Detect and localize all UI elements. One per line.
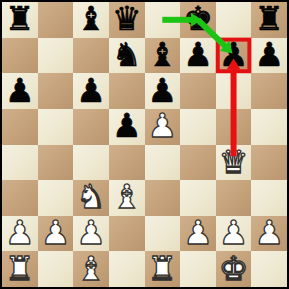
square-c1[interactable]: ♝ bbox=[73, 251, 109, 287]
square-f4[interactable] bbox=[180, 145, 216, 181]
piece-black-pawn[interactable]: ♟ bbox=[183, 38, 213, 71]
piece-white-bishop[interactable]: ♝ bbox=[76, 252, 106, 285]
square-c4[interactable] bbox=[73, 145, 109, 181]
square-b5[interactable] bbox=[38, 109, 74, 145]
square-h1[interactable] bbox=[251, 251, 287, 287]
piece-white-bishop[interactable]: ♝ bbox=[112, 180, 142, 213]
square-f6[interactable] bbox=[180, 73, 216, 109]
piece-black-pawn[interactable]: ♟ bbox=[254, 38, 284, 71]
piece-black-pawn[interactable]: ♟ bbox=[76, 74, 106, 107]
square-c3[interactable]: ♞ bbox=[73, 180, 109, 216]
square-b4[interactable] bbox=[38, 145, 74, 181]
square-h7[interactable]: ♟ bbox=[251, 38, 287, 74]
square-b3[interactable] bbox=[38, 180, 74, 216]
square-e7[interactable]: ♝ bbox=[145, 38, 181, 74]
square-e3[interactable] bbox=[145, 180, 181, 216]
piece-white-pawn[interactable]: ♟ bbox=[76, 216, 106, 249]
square-g3[interactable] bbox=[216, 180, 252, 216]
square-d4[interactable] bbox=[109, 145, 145, 181]
piece-white-rook[interactable]: ♜ bbox=[5, 252, 35, 285]
square-h3[interactable] bbox=[251, 180, 287, 216]
square-f3[interactable] bbox=[180, 180, 216, 216]
piece-white-pawn[interactable]: ♟ bbox=[183, 216, 213, 249]
square-a5[interactable] bbox=[2, 109, 38, 145]
square-d2[interactable] bbox=[109, 216, 145, 252]
square-h2[interactable]: ♟ bbox=[251, 216, 287, 252]
square-e4[interactable] bbox=[145, 145, 181, 181]
piece-black-pawn[interactable]: ♟ bbox=[5, 74, 35, 107]
square-a8[interactable]: ♜ bbox=[2, 2, 38, 38]
piece-white-pawn[interactable]: ♟ bbox=[219, 216, 249, 249]
square-g2[interactable]: ♟ bbox=[216, 216, 252, 252]
square-a3[interactable] bbox=[2, 180, 38, 216]
piece-black-pawn[interactable]: ♟ bbox=[219, 38, 249, 71]
square-g8[interactable] bbox=[216, 2, 252, 38]
piece-black-rook[interactable]: ♜ bbox=[254, 2, 284, 35]
square-b6[interactable] bbox=[38, 73, 74, 109]
square-e1[interactable]: ♜ bbox=[145, 251, 181, 287]
square-c5[interactable] bbox=[73, 109, 109, 145]
piece-white-rook[interactable]: ♜ bbox=[148, 252, 178, 285]
square-e2[interactable] bbox=[145, 216, 181, 252]
piece-black-rook[interactable]: ♜ bbox=[5, 2, 35, 35]
piece-black-bishop[interactable]: ♝ bbox=[76, 2, 106, 35]
square-b1[interactable] bbox=[38, 251, 74, 287]
square-e5[interactable]: ♟ bbox=[145, 109, 181, 145]
square-f1[interactable] bbox=[180, 251, 216, 287]
square-f7[interactable]: ♟ bbox=[180, 38, 216, 74]
square-d6[interactable] bbox=[109, 73, 145, 109]
square-g7[interactable]: ♟ bbox=[216, 38, 252, 74]
square-a1[interactable]: ♜ bbox=[2, 251, 38, 287]
piece-white-knight[interactable]: ♞ bbox=[76, 180, 106, 213]
square-a6[interactable]: ♟ bbox=[2, 73, 38, 109]
square-h8[interactable]: ♜ bbox=[251, 2, 287, 38]
square-g6[interactable] bbox=[216, 73, 252, 109]
chess-board-frame: ♜♝♛♚♜♞♝♟♟♟♟♟♟♟♟♛♞♝♟♟♟♟♟♟♜♝♜♚ bbox=[0, 0, 289, 289]
square-d8[interactable]: ♛ bbox=[109, 2, 145, 38]
piece-black-bishop[interactable]: ♝ bbox=[148, 38, 178, 71]
square-a7[interactable] bbox=[2, 38, 38, 74]
square-d3[interactable]: ♝ bbox=[109, 180, 145, 216]
piece-white-king[interactable]: ♚ bbox=[219, 252, 249, 285]
square-d1[interactable] bbox=[109, 251, 145, 287]
piece-white-queen[interactable]: ♛ bbox=[219, 145, 249, 178]
square-g1[interactable]: ♚ bbox=[216, 251, 252, 287]
square-d7[interactable]: ♞ bbox=[109, 38, 145, 74]
square-c6[interactable]: ♟ bbox=[73, 73, 109, 109]
square-c2[interactable]: ♟ bbox=[73, 216, 109, 252]
square-d5[interactable]: ♟ bbox=[109, 109, 145, 145]
piece-white-pawn[interactable]: ♟ bbox=[41, 216, 71, 249]
square-g5[interactable] bbox=[216, 109, 252, 145]
square-c8[interactable]: ♝ bbox=[73, 2, 109, 38]
square-b7[interactable] bbox=[38, 38, 74, 74]
square-f8[interactable]: ♚ bbox=[180, 2, 216, 38]
chess-board: ♜♝♛♚♜♞♝♟♟♟♟♟♟♟♟♛♞♝♟♟♟♟♟♟♜♝♜♚ bbox=[2, 2, 287, 287]
square-e6[interactable]: ♟ bbox=[145, 73, 181, 109]
piece-black-pawn[interactable]: ♟ bbox=[112, 109, 142, 142]
square-g4[interactable]: ♛ bbox=[216, 145, 252, 181]
piece-white-pawn[interactable]: ♟ bbox=[148, 109, 178, 142]
square-b2[interactable]: ♟ bbox=[38, 216, 74, 252]
square-h4[interactable] bbox=[251, 145, 287, 181]
square-b8[interactable] bbox=[38, 2, 74, 38]
square-e8[interactable] bbox=[145, 2, 181, 38]
square-a2[interactable]: ♟ bbox=[2, 216, 38, 252]
square-f2[interactable]: ♟ bbox=[180, 216, 216, 252]
piece-black-knight[interactable]: ♞ bbox=[112, 38, 142, 71]
piece-black-queen[interactable]: ♛ bbox=[112, 2, 142, 35]
piece-white-pawn[interactable]: ♟ bbox=[254, 216, 284, 249]
square-f5[interactable] bbox=[180, 109, 216, 145]
square-a4[interactable] bbox=[2, 145, 38, 181]
piece-black-king[interactable]: ♚ bbox=[183, 2, 213, 35]
square-h5[interactable] bbox=[251, 109, 287, 145]
piece-white-pawn[interactable]: ♟ bbox=[5, 216, 35, 249]
piece-black-pawn[interactable]: ♟ bbox=[148, 74, 178, 107]
square-c7[interactable] bbox=[73, 38, 109, 74]
square-h6[interactable] bbox=[251, 73, 287, 109]
